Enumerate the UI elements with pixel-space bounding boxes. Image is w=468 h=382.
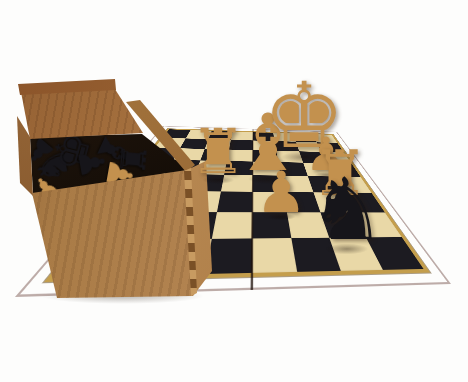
square-d2[interactable] <box>212 212 253 239</box>
chess-set-photo-scene: ♞♚♟♝♜♟♟♟ ♜♝♚♟♜♟♞ <box>0 0 468 382</box>
square-d3[interactable] <box>217 191 253 212</box>
white-pawn-piece[interactable]: ♟ <box>255 165 306 219</box>
square-d1[interactable] <box>205 238 252 274</box>
black-knight-piece[interactable]: ♞ <box>308 169 385 251</box>
square-e1[interactable] <box>252 238 297 273</box>
